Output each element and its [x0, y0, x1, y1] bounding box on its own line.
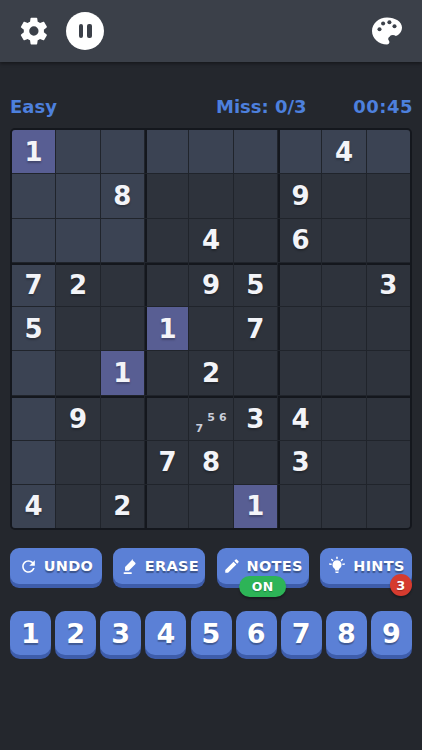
cell-r6c8[interactable]: [322, 351, 365, 394]
cell-r5c2[interactable]: [56, 307, 99, 350]
erase-button[interactable]: ERASE: [113, 548, 205, 584]
num-button-1[interactable]: 1: [10, 611, 51, 655]
cell-r4c1[interactable]: 7: [12, 263, 55, 306]
toolbar: UNDO ERASE NOTES ON HINTS 3: [10, 548, 412, 584]
cell-r3c6[interactable]: [234, 219, 277, 262]
cell-r3c4[interactable]: [145, 219, 188, 262]
cell-r9c1[interactable]: 4: [12, 485, 55, 528]
num-button-5[interactable]: 5: [191, 611, 232, 655]
cell-r8c5[interactable]: 8: [189, 441, 232, 484]
cell-r1c5[interactable]: [189, 130, 232, 173]
cell-r2c6[interactable]: [234, 174, 277, 217]
game-timer: 00:45: [353, 96, 413, 117]
num-button-7[interactable]: 7: [281, 611, 322, 655]
cell-r1c8[interactable]: 4: [322, 130, 365, 173]
notes-label: NOTES: [247, 558, 303, 574]
theme-palette-icon[interactable]: [368, 13, 406, 49]
hints-button[interactable]: HINTS 3: [320, 548, 412, 584]
cell-r8c2[interactable]: [56, 441, 99, 484]
cell-r9c4[interactable]: [145, 485, 188, 528]
cell-r4c4[interactable]: [145, 263, 188, 306]
difficulty-label: Easy: [10, 96, 57, 117]
cell-r2c1[interactable]: [12, 174, 55, 217]
cell-r5c1[interactable]: 5: [12, 307, 55, 350]
cell-r3c2[interactable]: [56, 219, 99, 262]
cell-r7c7[interactable]: 4: [278, 396, 321, 440]
cell-r7c8[interactable]: [322, 396, 365, 440]
cell-r1c3[interactable]: [101, 130, 144, 173]
num-button-9[interactable]: 9: [371, 611, 412, 655]
cell-r5c9[interactable]: [367, 307, 410, 350]
cell-r7c3[interactable]: [101, 396, 144, 440]
cell-r4c5[interactable]: 9: [189, 263, 232, 306]
cell-r6c7[interactable]: [278, 351, 321, 394]
cell-r8c4[interactable]: 7: [145, 441, 188, 484]
cell-r2c3[interactable]: 8: [101, 174, 144, 217]
cell-r5c8[interactable]: [322, 307, 365, 350]
cell-r4c9[interactable]: 3: [367, 263, 410, 306]
cell-r1c2[interactable]: [56, 130, 99, 173]
cell-r6c4[interactable]: [145, 351, 188, 394]
undo-icon: [19, 557, 38, 576]
status-bar: Easy Miss: 0/3 00:45: [0, 94, 422, 122]
num-button-6[interactable]: 6: [236, 611, 277, 655]
cell-r6c1[interactable]: [12, 351, 55, 394]
num-button-3[interactable]: 3: [100, 611, 141, 655]
cell-r2c4[interactable]: [145, 174, 188, 217]
cell-r8c6[interactable]: [234, 441, 277, 484]
cell-r8c9[interactable]: [367, 441, 410, 484]
cell-r8c1[interactable]: [12, 441, 55, 484]
pause-button[interactable]: [66, 12, 104, 50]
cell-r4c8[interactable]: [322, 263, 365, 306]
cell-r9c5[interactable]: [189, 485, 232, 528]
cell-r9c6[interactable]: 1: [234, 485, 277, 528]
num-button-8[interactable]: 8: [326, 611, 367, 655]
cell-r4c6[interactable]: 5: [234, 263, 277, 306]
number-pad: 1 2 3 4 5 6 7 8 9: [10, 611, 412, 655]
cell-r7c2[interactable]: 9: [56, 396, 99, 440]
cell-r5c3[interactable]: [101, 307, 144, 350]
cell-r8c3[interactable]: [101, 441, 144, 484]
pause-icon: [79, 24, 84, 38]
miss-counter: Miss: 0/3: [216, 96, 307, 117]
num-button-2[interactable]: 2: [55, 611, 96, 655]
settings-gear-icon[interactable]: [18, 15, 50, 47]
cell-r7c1[interactable]: [12, 396, 55, 440]
undo-button[interactable]: UNDO: [10, 548, 102, 584]
cell-r9c8[interactable]: [322, 485, 365, 528]
cell-r1c6[interactable]: [234, 130, 277, 173]
cell-r3c3[interactable]: [101, 219, 144, 262]
cell-r2c5[interactable]: [189, 174, 232, 217]
sudoku-board: 1489467295351712956734783421: [10, 128, 412, 530]
cell-r6c5[interactable]: 2: [189, 351, 232, 394]
cell-r7c9[interactable]: [367, 396, 410, 440]
cell-r7c5[interactable]: 567: [189, 396, 232, 440]
cell-r8c7[interactable]: 3: [278, 441, 321, 484]
cell-r6c3[interactable]: 1: [101, 351, 144, 394]
lightbulb-icon: [327, 556, 347, 576]
cell-r1c9[interactable]: [367, 130, 410, 173]
notes-button[interactable]: NOTES ON: [217, 548, 309, 584]
cell-r3c5[interactable]: 4: [189, 219, 232, 262]
pause-icon: [87, 24, 92, 38]
cell-r4c7[interactable]: [278, 263, 321, 306]
cell-r7c6[interactable]: 3: [234, 396, 277, 440]
cell-r6c2[interactable]: [56, 351, 99, 394]
cell-r8c8[interactable]: [322, 441, 365, 484]
cell-r1c7[interactable]: [278, 130, 321, 173]
cell-r1c4[interactable]: [145, 130, 188, 173]
cell-r5c6[interactable]: 7: [234, 307, 277, 350]
pencil-icon: [223, 557, 241, 575]
cell-r4c3[interactable]: [101, 263, 144, 306]
cell-r1c1[interactable]: 1: [12, 130, 55, 173]
cell-r5c7[interactable]: [278, 307, 321, 350]
cell-r2c2[interactable]: [56, 174, 99, 217]
cell-r5c4[interactable]: 1: [145, 307, 188, 350]
cell-r9c9[interactable]: [367, 485, 410, 528]
cell-r3c8[interactable]: [322, 219, 365, 262]
num-button-4[interactable]: 4: [145, 611, 186, 655]
cell-r9c3[interactable]: 2: [101, 485, 144, 528]
cell-r9c2[interactable]: [56, 485, 99, 528]
cell-r4c2[interactable]: 2: [56, 263, 99, 306]
undo-label: UNDO: [44, 558, 93, 574]
cell-r3c1[interactable]: [12, 219, 55, 262]
eraser-icon: [120, 557, 139, 576]
cell-r9c7[interactable]: [278, 485, 321, 528]
cell-r5c5[interactable]: [189, 307, 232, 350]
hints-count-badge: 3: [390, 574, 412, 596]
cell-r6c9[interactable]: [367, 351, 410, 394]
cell-r3c7[interactable]: 6: [278, 219, 321, 262]
erase-label: ERASE: [145, 558, 199, 574]
top-bar: [0, 0, 422, 62]
pencil-notes: 567: [189, 398, 232, 440]
cell-r2c7[interactable]: 9: [278, 174, 321, 217]
cell-r7c4[interactable]: [145, 396, 188, 440]
cell-r2c9[interactable]: [367, 174, 410, 217]
cell-r6c6[interactable]: [234, 351, 277, 394]
hints-label: HINTS: [353, 558, 405, 574]
notes-on-badge[interactable]: ON: [239, 576, 287, 597]
cell-r3c9[interactable]: [367, 219, 410, 262]
cell-r2c8[interactable]: [322, 174, 365, 217]
